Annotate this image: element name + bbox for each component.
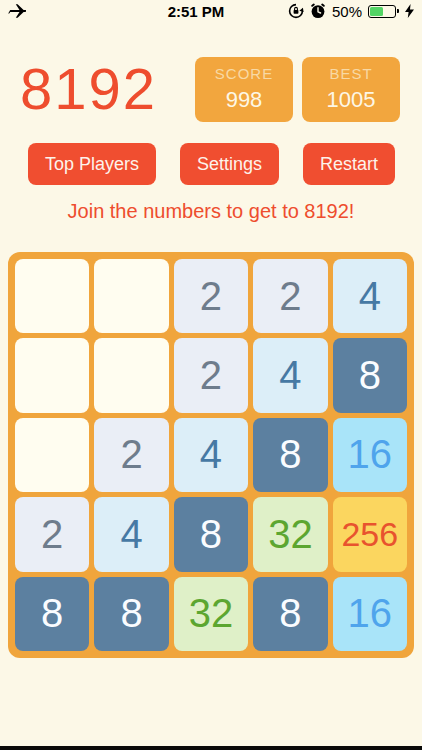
score-value: 998 xyxy=(226,87,263,113)
settings-button[interactable]: Settings xyxy=(180,143,279,185)
tile-4-r1c5: 4 xyxy=(333,259,407,333)
airplane-mode-icon xyxy=(8,3,26,19)
tile-2-r1c3: 2 xyxy=(174,259,248,333)
best-value: 1005 xyxy=(327,87,376,113)
orientation-lock-icon xyxy=(288,3,304,19)
tile-2-r2c3: 2 xyxy=(174,338,248,412)
game-title: 8192 xyxy=(20,56,195,122)
empty-cell-r1c2 xyxy=(94,259,168,333)
tile-32-r5c3: 32 xyxy=(174,577,248,651)
charging-bolt-icon xyxy=(405,4,414,18)
status-bar: 2:51 PM 50% xyxy=(0,0,422,22)
tile-8-r2c5: 8 xyxy=(333,338,407,412)
empty-cell-r1c1 xyxy=(15,259,89,333)
alarm-clock-icon xyxy=(310,3,326,19)
status-time: 2:51 PM xyxy=(128,3,264,20)
tile-16-r5c5: 16 xyxy=(333,577,407,651)
score-box: SCORE 998 xyxy=(195,57,293,122)
restart-button[interactable]: Restart xyxy=(303,143,395,185)
board-grid[interactable]: 22424824816248322568832816 xyxy=(8,252,414,658)
app-screen: 2:51 PM 50% xyxy=(0,0,422,750)
tile-4-r4c2: 4 xyxy=(94,497,168,571)
tagline: Join the numbers to get to 8192! xyxy=(0,200,422,223)
top-players-button[interactable]: Top Players xyxy=(28,143,156,185)
tile-8-r4c3: 8 xyxy=(174,497,248,571)
tile-2-r3c2: 2 xyxy=(94,418,168,492)
button-row: Top Players Settings Restart xyxy=(28,143,395,185)
tile-16-r3c5: 16 xyxy=(333,418,407,492)
empty-cell-r3c1 xyxy=(15,418,89,492)
tile-8-r3c4: 8 xyxy=(253,418,327,492)
score-label: SCORE xyxy=(215,65,273,82)
tile-2-r1c4: 2 xyxy=(253,259,327,333)
tile-8-r5c2: 8 xyxy=(94,577,168,651)
tile-32-r4c4: 32 xyxy=(253,497,327,571)
battery-percent-label: 50% xyxy=(332,3,362,20)
tile-256-r4c5: 256 xyxy=(333,497,407,571)
best-box: BEST 1005 xyxy=(302,57,400,122)
tile-8-r5c1: 8 xyxy=(15,577,89,651)
bottom-edge-bar xyxy=(0,746,422,750)
tile-2-r4c1: 2 xyxy=(15,497,89,571)
battery-icon xyxy=(368,5,399,18)
best-label: BEST xyxy=(329,65,372,82)
header: 8192 SCORE 998 BEST 1005 xyxy=(20,56,400,122)
tile-8-r5c4: 8 xyxy=(253,577,327,651)
tile-4-r3c3: 4 xyxy=(174,418,248,492)
tile-4-r2c4: 4 xyxy=(253,338,327,412)
empty-cell-r2c1 xyxy=(15,338,89,412)
empty-cell-r2c2 xyxy=(94,338,168,412)
